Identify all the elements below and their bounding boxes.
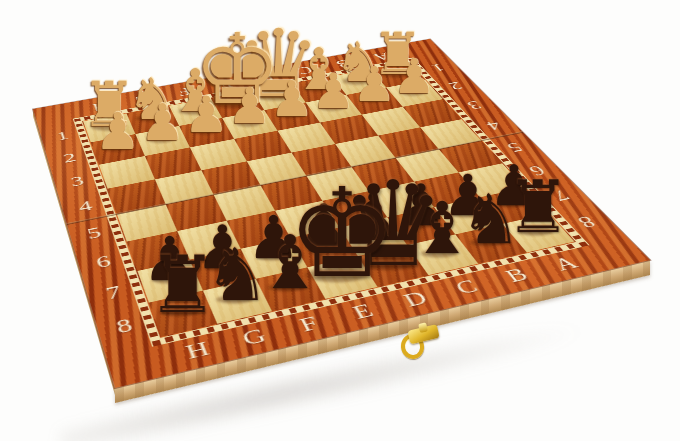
chess-set-photo: HGFEDCBA HGFEDCBA 12345678 12345678 ♜♞♝♛…	[0, 0, 680, 441]
clasp-pin	[418, 322, 428, 333]
